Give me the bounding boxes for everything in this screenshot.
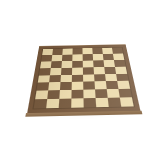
square-c1 bbox=[59, 99, 72, 108]
square-d2 bbox=[71, 90, 83, 99]
square-h1 bbox=[120, 97, 134, 106]
square-a1 bbox=[34, 99, 48, 108]
square-f3 bbox=[95, 81, 107, 89]
square-f2 bbox=[95, 89, 108, 98]
square-e3 bbox=[83, 82, 95, 90]
square-b1 bbox=[46, 99, 59, 108]
product-photo bbox=[0, 0, 160, 160]
square-d3 bbox=[72, 82, 84, 90]
square-b2 bbox=[47, 90, 60, 99]
square-f1 bbox=[96, 98, 109, 107]
square-e1 bbox=[84, 98, 97, 107]
square-e2 bbox=[83, 90, 95, 99]
square-h3 bbox=[117, 81, 130, 89]
square-d1 bbox=[71, 98, 84, 107]
chess-board-grid bbox=[34, 47, 134, 108]
square-h2 bbox=[118, 89, 131, 98]
square-b3 bbox=[48, 82, 60, 90]
square-c2 bbox=[59, 90, 71, 99]
square-c3 bbox=[60, 82, 72, 90]
chess-board-frame bbox=[27, 44, 140, 113]
